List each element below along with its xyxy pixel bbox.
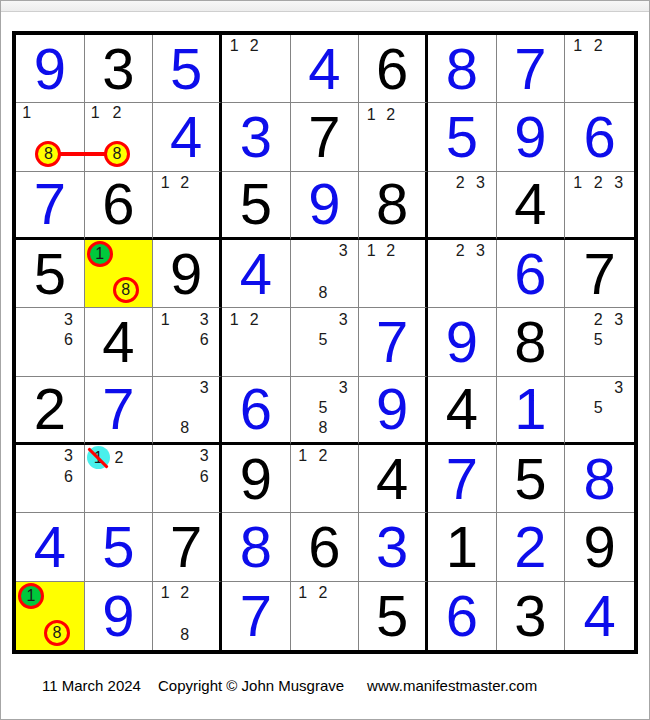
cell-r2c5[interactable]: 7 <box>291 103 360 171</box>
candidate-digit: 6 <box>64 332 73 348</box>
given-digit: 3 <box>514 587 546 645</box>
solved-digit: 5 <box>102 518 134 576</box>
cell-r8c2[interactable]: 5 <box>85 513 154 581</box>
cell-r3c7[interactable]: 23 <box>428 172 497 240</box>
cell-r7c3[interactable]: 36 <box>153 445 222 513</box>
given-digit: 4 <box>514 175 546 233</box>
candidate-digit: 5 <box>319 332 328 348</box>
candidate-digit: 6 <box>200 332 209 348</box>
candidate-digit: 1 <box>367 107 376 123</box>
given-digit: 5 <box>376 587 408 645</box>
cell-r7c8[interactable]: 5 <box>497 445 566 513</box>
candidate-digit: 1 <box>161 312 170 328</box>
given-digit: 6 <box>308 518 340 576</box>
cell-r2c7[interactable]: 5 <box>428 103 497 171</box>
cell-r2c6[interactable]: 12 <box>359 103 428 171</box>
candidate-digit: 6 <box>200 469 209 485</box>
solved-digit: 3 <box>240 108 272 166</box>
cell-r6c4[interactable]: 6 <box>222 377 291 445</box>
cell-r1c5[interactable]: 4 <box>291 35 360 103</box>
cell-r8c8[interactable]: 2 <box>497 513 566 581</box>
cell-r6c7[interactable]: 4 <box>428 377 497 445</box>
cell-r7c1[interactable]: 36 <box>16 445 85 513</box>
given-digit: 9 <box>170 245 202 303</box>
cell-r9c9[interactable]: 4 <box>565 582 634 650</box>
candidate-digit: 3 <box>614 380 623 396</box>
cell-r6c6[interactable]: 9 <box>359 377 428 445</box>
footer: 11 March 2024Copyright © John Musgraveww… <box>42 677 537 694</box>
cell-r5c4[interactable]: 12 <box>222 308 291 376</box>
candidate-grid: 36 <box>155 446 214 508</box>
candidate-digit: 8 <box>44 146 53 162</box>
candidate-grid: 23 <box>430 173 491 233</box>
cell-r6c5[interactable]: 358 <box>291 377 360 445</box>
cell-r3c9[interactable]: 123 <box>565 172 634 240</box>
candidate-digit: 2 <box>115 450 124 466</box>
given-digit: 7 <box>308 108 340 166</box>
cell-r8c3[interactable]: 7 <box>153 513 222 581</box>
window-chrome-strip <box>1 1 649 12</box>
candidate-grid: 38 <box>155 378 214 438</box>
cell-r4c6[interactable]: 12 <box>359 240 428 308</box>
candidate-digit: 8 <box>180 420 189 436</box>
cell-r7c2[interactable]: 12 <box>85 445 154 513</box>
candidate-grid: 23 <box>430 241 491 303</box>
candidate-digit: 3 <box>339 312 348 328</box>
candidate-mark-circle: 1 <box>87 446 110 469</box>
given-digit: 3 <box>102 40 134 98</box>
cell-r7c9[interactable]: 8 <box>565 445 634 513</box>
solved-digit: 6 <box>514 245 546 303</box>
candidate-digit: 2 <box>386 107 395 123</box>
cell-r4c9[interactable]: 7 <box>565 240 634 308</box>
cell-r9c3[interactable]: 128 <box>153 582 222 650</box>
candidate-digit: 3 <box>64 448 73 464</box>
candidate-digit: 8 <box>113 146 122 162</box>
candidate-mark-circle: 8 <box>35 141 61 167</box>
candidate-digit: 2 <box>319 585 328 601</box>
solved-digit: 4 <box>240 245 272 303</box>
candidate-grid: 18 <box>18 104 79 166</box>
candidate-grid: 235 <box>567 309 629 371</box>
candidate-digit: 2 <box>113 105 122 121</box>
solved-digit: 6 <box>584 108 616 166</box>
candidate-digit: 1 <box>230 38 239 54</box>
cell-r1c8[interactable]: 7 <box>497 35 566 103</box>
cell-r4c3[interactable]: 9 <box>153 240 222 308</box>
solved-digit: 4 <box>584 587 616 645</box>
cell-r9c4[interactable]: 7 <box>222 582 291 650</box>
cell-r4c1[interactable]: 5 <box>16 240 85 308</box>
given-digit: 8 <box>376 175 408 233</box>
solved-digit: 2 <box>514 518 546 576</box>
cell-r5c1[interactable]: 36 <box>16 308 85 376</box>
sudoku-board: 9351246871218128437125967612598234123518… <box>12 31 638 654</box>
candidate-grid: 18 <box>18 583 79 646</box>
given-digit: 2 <box>34 380 66 438</box>
candidate-grid: 12 <box>293 446 354 508</box>
candidate-grid: 136 <box>155 309 214 371</box>
candidate-grid: 123 <box>567 173 629 233</box>
page-frame: 9351246871218128437125967612598234123518… <box>0 0 650 720</box>
cell-r2c9[interactable]: 6 <box>565 103 634 171</box>
cell-r3c5[interactable]: 9 <box>291 172 360 240</box>
candidate-grid: 12 <box>361 104 420 166</box>
candidate-digit: 8 <box>319 285 328 301</box>
candidate-digit: 3 <box>200 312 209 328</box>
cell-r3c4[interactable]: 5 <box>222 172 291 240</box>
cell-r8c7[interactable]: 1 <box>428 513 497 581</box>
cell-r1c7[interactable]: 8 <box>428 35 497 103</box>
cell-r5c7[interactable]: 9 <box>428 308 497 376</box>
candidate-digit: 3 <box>200 448 209 464</box>
solved-digit: 7 <box>514 40 546 98</box>
given-digit: 9 <box>584 518 616 576</box>
candidate-digit: 1 <box>91 105 100 121</box>
cell-r4c2[interactable]: 18 <box>85 240 154 308</box>
given-digit: 1 <box>446 518 478 576</box>
candidate-mark-circle: 1 <box>87 241 113 267</box>
candidate-digit: 5 <box>594 400 603 416</box>
candidate-digit: 2 <box>250 312 259 328</box>
solved-digit: 6 <box>446 587 478 645</box>
candidate-digit: 3 <box>476 175 485 191</box>
given-digit: 5 <box>34 245 66 303</box>
given-digit: 5 <box>514 450 546 508</box>
given-digit: 6 <box>102 175 134 233</box>
given-digit: 6 <box>376 40 408 98</box>
cell-r3c3[interactable]: 12 <box>153 172 222 240</box>
solved-digit: 9 <box>514 108 546 166</box>
candidate-digit: 5 <box>594 332 603 348</box>
candidate-grid: 358 <box>293 378 354 438</box>
candidate-digit: 1 <box>573 38 582 54</box>
cell-r4c8[interactable]: 6 <box>497 240 566 308</box>
candidate-digit: 8 <box>121 282 130 298</box>
cell-r9c5[interactable]: 12 <box>291 582 360 650</box>
given-digit: 7 <box>170 518 202 576</box>
cell-r4c4[interactable]: 4 <box>222 240 291 308</box>
candidate-digit: 3 <box>339 380 348 396</box>
solved-digit: 8 <box>446 40 478 98</box>
solved-digit: 6 <box>240 380 272 438</box>
cell-r5c2[interactable]: 4 <box>85 308 154 376</box>
candidate-digit: 1 <box>161 585 170 601</box>
solved-digit: 8 <box>584 450 616 508</box>
given-digit: 4 <box>102 313 134 371</box>
cell-r7c5[interactable]: 12 <box>291 445 360 513</box>
candidate-grid: 12 <box>567 36 629 98</box>
candidate-digit: 1 <box>22 105 31 121</box>
solved-digit: 7 <box>102 380 134 438</box>
candidate-digit: 1 <box>298 585 307 601</box>
cell-r7c6[interactable]: 4 <box>359 445 428 513</box>
solved-digit: 9 <box>446 313 478 371</box>
candidate-grid: 12 <box>87 446 148 508</box>
cell-r5c9[interactable]: 235 <box>565 308 634 376</box>
cell-r9c6[interactable]: 5 <box>359 582 428 650</box>
cell-r6c2[interactable]: 7 <box>85 377 154 445</box>
given-digit: 4 <box>446 380 478 438</box>
candidate-digit: 8 <box>53 625 62 641</box>
solved-digit: 9 <box>102 587 134 645</box>
candidate-digit: 1 <box>230 312 239 328</box>
candidate-grid: 36 <box>18 446 79 508</box>
candidate-mark-circle: 8 <box>104 141 130 167</box>
cell-r2c2[interactable]: 128 <box>85 103 154 171</box>
candidate-mark-circle: 1 <box>18 583 44 609</box>
candidate-digit: 3 <box>614 312 623 328</box>
candidate-grid: 128 <box>155 583 214 646</box>
solved-digit: 7 <box>34 175 66 233</box>
candidate-digit: 1 <box>573 175 582 191</box>
candidate-grid: 12 <box>293 583 354 646</box>
candidate-digit: 2 <box>594 38 603 54</box>
candidate-grid: 36 <box>18 309 79 371</box>
cell-r1c3[interactable]: 5 <box>153 35 222 103</box>
cell-r6c9[interactable]: 35 <box>565 377 634 445</box>
cell-r4c7[interactable]: 23 <box>428 240 497 308</box>
candidate-digit: 2 <box>250 38 259 54</box>
cell-r9c1[interactable]: 18 <box>16 582 85 650</box>
cell-r2c1[interactable]: 18 <box>16 103 85 171</box>
solved-digit: 7 <box>376 313 408 371</box>
cell-r2c4[interactable]: 3 <box>222 103 291 171</box>
cell-r1c1[interactable]: 9 <box>16 35 85 103</box>
solved-digit: 9 <box>376 380 408 438</box>
solved-digit: 4 <box>170 108 202 166</box>
cell-r7c7[interactable]: 7 <box>428 445 497 513</box>
cell-r3c2[interactable]: 6 <box>85 172 154 240</box>
cell-r8c5[interactable]: 6 <box>291 513 360 581</box>
cell-r9c7[interactable]: 6 <box>428 582 497 650</box>
candidate-digit: 3 <box>614 175 623 191</box>
footer-copyright: Copyright © John Musgrave <box>158 677 344 694</box>
candidate-digit: 3 <box>476 243 485 259</box>
candidate-grid: 12 <box>224 36 285 98</box>
candidate-digit: 1 <box>298 448 307 464</box>
candidate-digit: 3 <box>200 380 209 396</box>
cell-r8c9[interactable]: 9 <box>565 513 634 581</box>
solved-digit: 4 <box>34 518 66 576</box>
cell-r6c3[interactable]: 38 <box>153 377 222 445</box>
candidate-grid: 38 <box>293 241 354 303</box>
candidate-digit: 2 <box>456 175 465 191</box>
candidate-grid: 18 <box>87 241 148 303</box>
candidate-grid: 12 <box>224 309 285 371</box>
candidate-digit: 2 <box>319 448 328 464</box>
solved-digit: 1 <box>514 380 546 438</box>
cell-r5c8[interactable]: 8 <box>497 308 566 376</box>
candidate-digit: 6 <box>64 469 73 485</box>
candidate-digit: 2 <box>386 243 395 259</box>
cell-r1c9[interactable]: 12 <box>565 35 634 103</box>
cell-r5c3[interactable]: 136 <box>153 308 222 376</box>
candidate-digit: 8 <box>319 420 328 436</box>
candidate-digit: 1 <box>161 175 170 191</box>
cell-r1c4[interactable]: 12 <box>222 35 291 103</box>
candidate-digit: 2 <box>456 243 465 259</box>
candidate-mark-circle: 8 <box>44 620 70 646</box>
candidate-grid: 35 <box>293 309 354 371</box>
candidate-grid: 35 <box>567 378 629 438</box>
candidate-digit: 2 <box>594 312 603 328</box>
cell-r3c6[interactable]: 8 <box>359 172 428 240</box>
cell-r7c4[interactable]: 9 <box>222 445 291 513</box>
solved-digit: 5 <box>170 40 202 98</box>
cell-r8c4[interactable]: 8 <box>222 513 291 581</box>
candidate-digit: 1 <box>95 246 104 262</box>
cell-r6c8[interactable]: 1 <box>497 377 566 445</box>
candidate-grid: 128 <box>87 104 148 166</box>
candidate-mark-circle: 8 <box>113 277 139 303</box>
cell-r5c6[interactable]: 7 <box>359 308 428 376</box>
solved-digit: 7 <box>240 587 272 645</box>
solved-digit: 9 <box>308 175 340 233</box>
candidate-digit: 1 <box>27 588 36 604</box>
cell-r8c1[interactable]: 4 <box>16 513 85 581</box>
cell-r2c8[interactable]: 9 <box>497 103 566 171</box>
solved-digit: 5 <box>446 108 478 166</box>
given-digit: 8 <box>514 313 546 371</box>
candidate-digit: 5 <box>319 400 328 416</box>
candidate-digit: 1 <box>367 243 376 259</box>
given-digit: 5 <box>240 175 272 233</box>
solved-digit: 7 <box>446 450 478 508</box>
cell-r6c1[interactable]: 2 <box>16 377 85 445</box>
candidate-digit: 3 <box>339 243 348 259</box>
cell-r3c1[interactable]: 7 <box>16 172 85 240</box>
cell-r5c5[interactable]: 35 <box>291 308 360 376</box>
candidate-digit: 2 <box>180 585 189 601</box>
candidate-grid: 12 <box>155 173 214 233</box>
candidate-digit: 3 <box>64 312 73 328</box>
candidate-digit: 2 <box>180 175 189 191</box>
solved-digit: 8 <box>240 518 272 576</box>
given-digit: 9 <box>240 450 272 508</box>
given-digit: 4 <box>376 450 408 508</box>
cell-r9c8[interactable]: 3 <box>497 582 566 650</box>
solved-digit: 4 <box>308 40 340 98</box>
footer-website-link: www.manifestmaster.com <box>367 677 537 694</box>
solved-digit: 9 <box>34 40 66 98</box>
cell-r1c2[interactable]: 3 <box>85 35 154 103</box>
cell-r3c8[interactable]: 4 <box>497 172 566 240</box>
candidate-digit: 2 <box>594 175 603 191</box>
footer-date: 11 March 2024 <box>42 677 141 694</box>
cell-r1c6[interactable]: 6 <box>359 35 428 103</box>
cell-r9c2[interactable]: 9 <box>85 582 154 650</box>
candidate-grid: 12 <box>361 241 420 303</box>
cell-r4c5[interactable]: 38 <box>291 240 360 308</box>
cell-r2c3[interactable]: 4 <box>153 103 222 171</box>
candidate-digit: 8 <box>180 627 189 643</box>
solved-digit: 3 <box>376 518 408 576</box>
given-digit: 7 <box>584 245 616 303</box>
cell-r8c6[interactable]: 3 <box>359 513 428 581</box>
